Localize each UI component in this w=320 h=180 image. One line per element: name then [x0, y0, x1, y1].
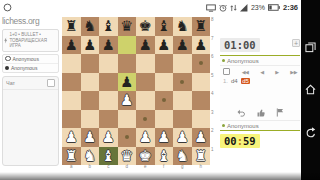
recents-button[interactable]: [305, 42, 316, 53]
piece-white-pawn: ♟: [176, 130, 189, 145]
piece-white-bishop: ♝: [157, 149, 170, 164]
game-panel: 01:00 + Anonymous ◀◀ ◀ ▶ ▶▶ 1. d4 d5: [220, 16, 300, 148]
square-a3[interactable]: [62, 110, 81, 129]
white-color-icon: [5, 56, 11, 62]
piece-black-pawn: ♟: [194, 38, 207, 53]
move-list: 1. d4 d5: [220, 77, 300, 85]
piece-black-pawn: ♟: [120, 75, 133, 90]
clock-seconds: 59: [243, 135, 256, 147]
square-h6[interactable]: [192, 54, 211, 73]
piece-black-pawn: ♟: [139, 38, 152, 53]
move-hint-dot: [199, 61, 203, 65]
rank-label: 5: [211, 73, 217, 92]
square-e6[interactable]: [136, 54, 155, 73]
square-d5[interactable]: ♟: [118, 73, 137, 92]
square-c1[interactable]: ♝: [99, 147, 118, 166]
chat-panel: Чат: [2, 76, 59, 166]
square-d2[interactable]: [118, 128, 137, 147]
square-h1[interactable]: ♜: [192, 147, 211, 166]
piece-black-knight: ♞: [176, 19, 189, 34]
square-d3[interactable]: [118, 110, 137, 129]
black-color-icon: [5, 66, 9, 70]
square-a8[interactable]: ♜: [62, 17, 81, 36]
back-button[interactable]: [305, 127, 316, 138]
square-e4[interactable]: [136, 91, 155, 110]
move-black-current[interactable]: d5: [241, 78, 251, 84]
players-list: Anonymous Anonymous: [2, 54, 59, 73]
square-e8[interactable]: ♚: [136, 17, 155, 36]
square-h3[interactable]: [192, 110, 211, 129]
player-clock-running: 00:59: [220, 134, 260, 148]
square-b1[interactable]: ♞: [81, 147, 100, 166]
square-a7[interactable]: ♟: [62, 36, 81, 55]
opponent-clock: 01:00: [220, 38, 260, 52]
move-hint-dot: [162, 98, 166, 102]
piece-white-king: ♚: [139, 149, 152, 164]
square-g1[interactable]: ♞: [173, 147, 192, 166]
opponent-name: Anonymous: [227, 58, 259, 64]
home-button[interactable]: [305, 84, 316, 95]
piece-white-pawn: ♟: [157, 130, 170, 145]
square-a5[interactable]: [62, 73, 81, 92]
opponent-row[interactable]: Anonymous: [220, 56, 300, 66]
piece-white-rook: ♜: [194, 149, 207, 164]
piece-black-pawn: ♟: [83, 38, 96, 53]
last-move-button[interactable]: ▶▶: [290, 69, 297, 75]
square-c5[interactable]: [99, 73, 118, 92]
square-g2[interactable]: ♟: [173, 128, 192, 147]
rank-label: 6: [211, 54, 217, 73]
square-e1[interactable]: ♚: [136, 147, 155, 166]
square-h5[interactable]: [192, 73, 211, 92]
square-c6[interactable]: [99, 54, 118, 73]
game-info-text: 1+0 • BULLET • ТОВАРИЩЕСКАЯ ИГРА: [9, 32, 57, 49]
square-c7[interactable]: ♟: [99, 36, 118, 55]
chat-title: Чат: [6, 80, 15, 86]
file-label: h: [192, 164, 211, 169]
game-actions: [220, 106, 300, 120]
clock-time: 2:36: [283, 3, 298, 12]
rank-label: 8: [211, 17, 217, 36]
square-h4[interactable]: [192, 91, 211, 110]
file-label: b: [81, 164, 100, 169]
square-g8[interactable]: ♞: [173, 17, 192, 36]
piece-black-rook: ♜: [65, 19, 78, 34]
first-move-button[interactable]: ◀◀: [242, 69, 249, 75]
black-player-name: Anonymous: [11, 65, 37, 71]
square-b7[interactable]: ♟: [81, 36, 100, 55]
online-dot-icon: [222, 59, 225, 62]
previous-move-button[interactable]: ◀: [260, 69, 263, 75]
square-a6[interactable]: [62, 54, 81, 73]
chat-toggle-checkbox[interactable]: [47, 79, 55, 87]
alarm-icon: [219, 4, 227, 12]
network-activity-icon: [230, 4, 237, 12]
square-d7[interactable]: [118, 36, 137, 55]
board-menu-icon[interactable]: [223, 68, 230, 75]
square-f7[interactable]: ♟: [155, 36, 174, 55]
round-info-box: Anonymous ◀◀ ◀ ▶ ▶▶ 1. d4 d5: [220, 55, 300, 131]
lichess-logo[interactable]: lichess.org: [2, 16, 59, 26]
square-b4[interactable]: [81, 91, 100, 110]
piece-white-bishop: ♝: [102, 149, 115, 164]
square-f6[interactable]: [155, 54, 174, 73]
square-f4[interactable]: [155, 91, 174, 110]
piece-white-knight: ♞: [176, 149, 189, 164]
move-hint-dot: [125, 135, 129, 139]
piece-white-queen: ♛: [120, 149, 133, 164]
square-e2[interactable]: ♟: [136, 128, 155, 147]
square-e5[interactable]: [136, 73, 155, 92]
battery-percent: 23%: [251, 4, 265, 11]
left-sidebar: lichess.org 1+0 • BULLET • ТОВАРИЩЕСКАЯ …: [2, 16, 59, 166]
square-g5[interactable]: [173, 73, 192, 92]
piece-black-bishop: ♝: [157, 19, 170, 34]
android-status-bar: 23% 2:36: [0, 0, 301, 15]
file-label: a: [62, 164, 81, 169]
give-time-button[interactable]: +: [292, 39, 300, 47]
square-b3[interactable]: [81, 110, 100, 129]
square-c8[interactable]: ♝: [99, 17, 118, 36]
piece-black-rook: ♜: [194, 19, 207, 34]
square-f3[interactable]: [155, 110, 174, 129]
rank-label: 2: [211, 128, 217, 147]
square-a2[interactable]: ♟: [62, 128, 81, 147]
piece-black-pawn: ♟: [65, 38, 78, 53]
draw-offer-icon[interactable]: [257, 109, 265, 117]
square-c4[interactable]: [99, 91, 118, 110]
square-b5[interactable]: [81, 73, 100, 92]
signal-icon: [240, 4, 248, 12]
file-label: g: [173, 164, 192, 169]
takeback-icon[interactable]: [237, 109, 246, 117]
square-e3[interactable]: [136, 110, 155, 129]
android-nav-bar: [301, 0, 320, 180]
piece-white-pawn: ♟: [65, 130, 78, 145]
online-dot-icon: [222, 124, 225, 127]
square-d1[interactable]: ♛: [118, 147, 137, 166]
piece-black-queen: ♛: [120, 19, 133, 34]
clock-minutes: 00: [224, 135, 237, 147]
player-row[interactable]: Anonymous: [220, 120, 300, 130]
file-label: c: [99, 164, 118, 169]
piece-white-pawn: ♟: [194, 130, 207, 145]
move-number: 1.: [223, 78, 228, 84]
square-f8[interactable]: ♝: [155, 17, 174, 36]
file-coordinates: abcdefgh: [62, 164, 210, 169]
piece-black-king: ♚: [139, 19, 152, 34]
square-f1[interactable]: ♝: [155, 147, 174, 166]
file-label: f: [155, 164, 174, 169]
square-d8[interactable]: ♛: [118, 17, 137, 36]
square-b8[interactable]: ♞: [81, 17, 100, 36]
white-player-name: Anonymous: [13, 56, 39, 62]
square-g6[interactable]: [173, 54, 192, 73]
white-player-row[interactable]: Anonymous: [3, 55, 58, 63]
piece-black-pawn: ♟: [157, 38, 170, 53]
move-white[interactable]: d4: [231, 78, 238, 84]
game-info-box: 1+0 • BULLET • ТОВАРИЩЕСКАЯ ИГРА: [2, 29, 59, 52]
piece-white-pawn: ♟: [139, 130, 152, 145]
square-f5[interactable]: [155, 73, 174, 92]
piece-white-pawn: ♟: [102, 130, 115, 145]
square-b2[interactable]: ♟: [81, 128, 100, 147]
piece-black-knight: ♞: [83, 19, 96, 34]
next-move-button[interactable]: ▶: [275, 69, 278, 75]
battery-icon: [268, 4, 280, 11]
piece-black-pawn: ♟: [102, 38, 115, 53]
data-saver-icon: [3, 3, 12, 12]
square-c3[interactable]: [99, 110, 118, 129]
square-c2[interactable]: ♟: [99, 128, 118, 147]
square-d6[interactable]: [118, 54, 137, 73]
piece-white-rook: ♜: [65, 149, 78, 164]
square-a4[interactable]: [62, 91, 81, 110]
chess-board[interactable]: ♜♞♝♛♚♝♞♜♟♟♟♟♟♟♟♟♟♟♟♟♟♟♟♟♜♞♝♛♚♝♞♜: [62, 17, 210, 165]
square-g7[interactable]: ♟: [173, 36, 192, 55]
square-g4[interactable]: [173, 91, 192, 110]
chat-header: Чат: [3, 77, 58, 90]
file-label: e: [136, 164, 155, 169]
rank-label: 7: [211, 36, 217, 55]
rank-label: 4: [211, 91, 217, 110]
square-b6[interactable]: [81, 54, 100, 73]
square-f2[interactable]: ♟: [155, 128, 174, 147]
square-h8[interactable]: ♜: [192, 17, 211, 36]
rank-label: 3: [211, 110, 217, 129]
square-d4[interactable]: ♟: [118, 91, 137, 110]
piece-white-knight: ♞: [83, 149, 96, 164]
lightning-icon: [4, 35, 7, 46]
phone-screen: 23% 2:36 lichess.org 1+0 • BULLET • ТОВА…: [0, 0, 320, 180]
piece-black-pawn: ♟: [176, 38, 189, 53]
square-h7[interactable]: ♟: [192, 36, 211, 55]
square-h2[interactable]: ♟: [192, 128, 211, 147]
move-hint-dot: [180, 80, 184, 84]
square-a1[interactable]: ♜: [62, 147, 81, 166]
rank-label: 1: [211, 147, 217, 166]
player-name: Anonymous: [227, 123, 259, 129]
file-label: d: [118, 164, 137, 169]
video-bottom-shadow: [0, 172, 320, 180]
piece-white-pawn: ♟: [83, 130, 96, 145]
replay-controls: ◀◀ ◀ ▶ ▶▶: [220, 66, 300, 77]
screen-cast-icon: [206, 4, 216, 12]
black-player-row[interactable]: Anonymous: [3, 63, 58, 72]
move-hint-dot: [143, 117, 147, 121]
resign-flag-icon[interactable]: [276, 108, 284, 117]
piece-black-bishop: ♝: [102, 19, 115, 34]
square-e7[interactable]: ♟: [136, 36, 155, 55]
square-g3[interactable]: [173, 110, 192, 129]
piece-white-pawn: ♟: [120, 93, 133, 108]
rank-coordinates: 87654321: [211, 17, 217, 165]
